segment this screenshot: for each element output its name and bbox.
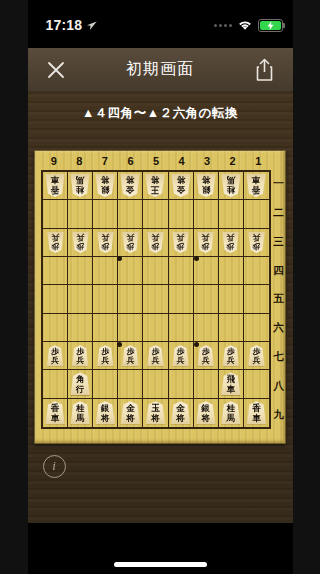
shogi-piece-gote[interactable]: 香車	[246, 174, 266, 197]
location-arrow-icon	[86, 20, 97, 31]
piece-kanji: 兵	[227, 356, 235, 365]
board-cell[interactable]: 歩兵	[43, 342, 68, 370]
board-cell[interactable]	[143, 257, 168, 285]
star-point	[117, 256, 122, 261]
shogi-piece-gote[interactable]: 歩兵	[248, 232, 265, 253]
piece-kanji: 歩	[51, 242, 59, 251]
shogi-piece-sente[interactable]: 歩兵	[72, 345, 89, 366]
board-cell[interactable]: 飛車	[219, 370, 244, 398]
board-cell[interactable]	[118, 314, 143, 342]
board-cell[interactable]: 歩兵	[244, 342, 269, 370]
page-title: 初期画面	[126, 59, 194, 80]
board-cell[interactable]	[169, 370, 194, 398]
piece-kanji: 兵	[151, 233, 159, 242]
piece-kanji: 歩	[76, 242, 84, 251]
piece-kanji: 兵	[202, 233, 210, 242]
shogi-piece-sente[interactable]: 歩兵	[97, 345, 114, 366]
piece-kanji: 歩	[151, 347, 159, 356]
piece-kanji: 馬	[76, 175, 85, 185]
board-cell[interactable]	[68, 257, 93, 285]
board-cell[interactable]	[194, 257, 219, 285]
star-point	[117, 342, 122, 347]
rank-labels: 一二三四五六七八九	[271, 170, 286, 429]
piece-kanji: 歩	[227, 242, 235, 251]
rank-label: 一	[271, 170, 286, 199]
board-cell[interactable]: 歩兵	[169, 342, 194, 370]
piece-kanji: 将	[201, 175, 210, 185]
file-label: 1	[245, 151, 271, 170]
star-point	[194, 342, 199, 347]
close-button[interactable]	[40, 54, 72, 86]
file-label: 4	[169, 151, 195, 170]
board-cell[interactable]: 歩兵	[219, 229, 244, 257]
shogi-piece-gote[interactable]: 金将	[171, 174, 191, 197]
file-label: 7	[92, 151, 118, 170]
file-label: 5	[143, 151, 169, 170]
piece-kanji: 歩	[101, 242, 109, 251]
piece-kanji: 兵	[101, 233, 109, 242]
board-cell[interactable]	[93, 257, 118, 285]
piece-kanji: 歩	[252, 347, 260, 356]
board-cell[interactable]	[93, 285, 118, 313]
piece-kanji: 歩	[126, 347, 134, 356]
shogi-piece-gote[interactable]: 歩兵	[47, 232, 64, 253]
piece-kanji: 兵	[202, 356, 210, 365]
piece-kanji: 将	[151, 414, 160, 424]
board-cell[interactable]	[43, 285, 68, 313]
board-cell[interactable]: 桂馬	[68, 399, 93, 427]
board-cell[interactable]: 歩兵	[93, 342, 118, 370]
shogi-piece-sente[interactable]: 玉将	[145, 401, 165, 424]
navbar: 初期画面	[28, 48, 293, 92]
piece-kanji: 馬	[227, 414, 236, 424]
board-cell[interactable]	[143, 285, 168, 313]
piece-kanji: 将	[126, 175, 135, 185]
board-cell[interactable]: 玉将	[143, 399, 168, 427]
board-cell[interactable]	[194, 370, 219, 398]
shogi-piece-sente[interactable]: 飛車	[221, 372, 241, 395]
board-cell[interactable]	[169, 257, 194, 285]
shogi-piece-sente[interactable]: 歩兵	[147, 345, 164, 366]
shogi-piece-gote[interactable]: 歩兵	[97, 232, 114, 253]
piece-kanji: 兵	[252, 233, 260, 242]
shogi-piece-sente[interactable]: 歩兵	[47, 345, 64, 366]
ios-share-icon	[255, 58, 274, 82]
board-cell[interactable]: 銀将	[93, 399, 118, 427]
share-button[interactable]	[249, 54, 281, 86]
board-cell[interactable]	[169, 285, 194, 313]
board-cell[interactable]: 銀将	[194, 172, 219, 200]
piece-kanji: 車	[51, 414, 60, 424]
shogi-piece-gote[interactable]: 香車	[45, 174, 65, 197]
shogi-piece-gote[interactable]: 歩兵	[122, 232, 139, 253]
file-label: 9	[41, 151, 67, 170]
board-cell[interactable]: 金将	[169, 172, 194, 200]
board-cell[interactable]: 金将	[118, 399, 143, 427]
piece-kanji: 歩	[177, 347, 185, 356]
rank-label: 九	[271, 400, 286, 429]
board-cell[interactable]	[118, 285, 143, 313]
piece-kanji: 金	[126, 185, 135, 195]
board-cell[interactable]	[169, 314, 194, 342]
rank-label: 二	[271, 199, 286, 228]
board-cell[interactable]: 香車	[244, 172, 269, 200]
piece-kanji: 桂	[227, 185, 236, 195]
star-point	[194, 256, 199, 261]
piece-kanji: 桂	[76, 185, 85, 195]
piece-kanji: 車	[252, 414, 261, 424]
move-annotation: ▲４四角〜▲２六角の転換	[28, 92, 293, 122]
shogi-piece-sente[interactable]: 銀将	[196, 401, 216, 424]
piece-kanji: 将	[176, 175, 185, 185]
piece-kanji: 将	[151, 175, 160, 185]
piece-kanji: 将	[101, 414, 110, 424]
shogi-piece-gote[interactable]: 桂馬	[70, 174, 90, 197]
piece-kanji: 将	[126, 414, 135, 424]
board-cell[interactable]: 歩兵	[118, 229, 143, 257]
board-cell[interactable]	[93, 314, 118, 342]
shogi-piece-sente[interactable]: 金将	[120, 401, 140, 424]
shogi-piece-gote[interactable]: 歩兵	[147, 232, 164, 253]
board-cell[interactable]	[68, 285, 93, 313]
piece-kanji: 兵	[126, 233, 134, 242]
board-cell[interactable]	[43, 257, 68, 285]
board-cell[interactable]: 香車	[43, 172, 68, 200]
file-label: 3	[194, 151, 220, 170]
piece-kanji: 王	[151, 185, 160, 195]
bottom-safe-area	[28, 523, 293, 574]
piece-kanji: 歩	[76, 347, 84, 356]
piece-kanji: 兵	[126, 356, 134, 365]
info-button[interactable]: i	[43, 455, 66, 478]
piece-kanji: 歩	[151, 242, 159, 251]
status-bar: 17:18	[28, 0, 293, 48]
board-cell[interactable]: 歩兵	[194, 229, 219, 257]
rank-label: 七	[271, 343, 286, 372]
board-cell[interactable]	[68, 200, 93, 228]
board-grid: 香車桂馬銀将金将王将金将銀将桂馬香車歩兵歩兵歩兵歩兵歩兵歩兵歩兵歩兵歩兵歩兵歩兵…	[41, 170, 271, 429]
piece-kanji: 兵	[101, 356, 109, 365]
piece-kanji: 香	[51, 185, 60, 195]
piece-kanji: 車	[252, 175, 261, 185]
board-cell[interactable]	[219, 200, 244, 228]
board-cell[interactable]	[143, 314, 168, 342]
piece-kanji: 兵	[51, 233, 59, 242]
close-x-icon	[47, 61, 65, 79]
piece-kanji: 将	[101, 175, 110, 185]
rank-label: 八	[271, 371, 286, 400]
piece-kanji: 兵	[177, 356, 185, 365]
piece-kanji: 馬	[76, 414, 85, 424]
board-cell[interactable]: 角行	[68, 370, 93, 398]
shogi-piece-gote[interactable]: 金将	[120, 174, 140, 197]
board-cell[interactable]: 桂馬	[219, 172, 244, 200]
shogi-piece-sente[interactable]: 歩兵	[197, 345, 214, 366]
status-time: 17:18	[46, 17, 83, 33]
board-cell[interactable]: 香車	[43, 399, 68, 427]
shogi-piece-gote[interactable]: 銀将	[95, 174, 115, 197]
piece-kanji: 兵	[252, 356, 260, 365]
lightning-bolt-icon	[267, 21, 274, 30]
piece-kanji: 兵	[227, 233, 235, 242]
board-cell[interactable]	[219, 314, 244, 342]
piece-kanji: 行	[76, 385, 85, 395]
piece-kanji: 銀	[201, 185, 210, 195]
piece-kanji: 歩	[126, 242, 134, 251]
piece-kanji: 金	[176, 185, 185, 195]
board-cell[interactable]	[219, 257, 244, 285]
piece-kanji: 兵	[51, 356, 59, 365]
app-screen: 17:18 初期画面	[28, 0, 293, 574]
board-cell[interactable]	[194, 200, 219, 228]
board-cell[interactable]: 歩兵	[219, 342, 244, 370]
piece-kanji: 兵	[76, 356, 84, 365]
shogi-piece-sente[interactable]: 角行	[70, 372, 90, 395]
piece-kanji: 車	[227, 385, 236, 395]
board-cell[interactable]: 桂馬	[219, 399, 244, 427]
board-cell[interactable]	[194, 285, 219, 313]
battery-charging-icon	[258, 19, 283, 32]
shogi-piece-gote[interactable]: 桂馬	[221, 174, 241, 197]
board-cell[interactable]	[93, 370, 118, 398]
board-cell[interactable]: 香車	[244, 399, 269, 427]
board-cell[interactable]	[43, 370, 68, 398]
wifi-icon	[237, 20, 253, 31]
board-cell[interactable]	[244, 370, 269, 398]
piece-kanji: 兵	[151, 356, 159, 365]
board-cell[interactable]	[194, 314, 219, 342]
board-cell[interactable]: 歩兵	[68, 342, 93, 370]
rank-label: 三	[271, 228, 286, 257]
board-cell[interactable]: 銀将	[93, 172, 118, 200]
board-cell[interactable]: 銀将	[194, 399, 219, 427]
rank-label: 六	[271, 314, 286, 343]
shogi-piece-sente[interactable]: 歩兵	[172, 345, 189, 366]
board-cell[interactable]	[118, 200, 143, 228]
piece-kanji: 将	[201, 414, 210, 424]
shogi-piece-gote[interactable]: 歩兵	[222, 232, 239, 253]
file-label: 8	[67, 151, 93, 170]
shogi-piece-gote[interactable]: 王将	[145, 174, 165, 197]
piece-kanji: 車	[51, 175, 60, 185]
board-cell[interactable]	[118, 257, 143, 285]
file-label: 6	[118, 151, 144, 170]
piece-kanji: 香	[252, 185, 261, 195]
board-cell[interactable]	[68, 314, 93, 342]
board-cell[interactable]: 金将	[118, 172, 143, 200]
board-cell[interactable]: 歩兵	[244, 229, 269, 257]
shogi-piece-sente[interactable]: 銀将	[95, 401, 115, 424]
piece-kanji: 兵	[177, 233, 185, 242]
piece-kanji: 銀	[101, 185, 110, 195]
shogi-piece-sente[interactable]: 香車	[246, 401, 266, 424]
shogi-piece-gote[interactable]: 歩兵	[72, 232, 89, 253]
board-cell[interactable]	[118, 370, 143, 398]
board-cell[interactable]	[244, 314, 269, 342]
home-indicator[interactable]	[114, 562, 207, 567]
shogi-piece-sente[interactable]: 香車	[45, 401, 65, 424]
board-cell[interactable]: 歩兵	[43, 229, 68, 257]
shogi-piece-sente[interactable]: 歩兵	[122, 345, 139, 366]
board-cell[interactable]: 歩兵	[68, 229, 93, 257]
board-cell[interactable]	[219, 285, 244, 313]
rank-label: 四	[271, 256, 286, 285]
board-cell[interactable]: 歩兵	[143, 229, 168, 257]
shogi-piece-sente[interactable]: 桂馬	[70, 401, 90, 424]
board-cell[interactable]: 歩兵	[143, 342, 168, 370]
board-cell[interactable]: 金将	[169, 399, 194, 427]
piece-kanji: 馬	[227, 175, 236, 185]
piece-kanji: 歩	[202, 347, 210, 356]
rank-label: 五	[271, 285, 286, 314]
shogi-piece-sente[interactable]: 桂馬	[221, 401, 241, 424]
piece-kanji: 歩	[252, 242, 260, 251]
piece-kanji: 歩	[177, 242, 185, 251]
board-cell[interactable]: 桂馬	[68, 172, 93, 200]
file-label: 2	[220, 151, 246, 170]
shogi-piece-gote[interactable]: 歩兵	[172, 232, 189, 253]
board-cell[interactable]: 歩兵	[169, 229, 194, 257]
piece-kanji: 将	[176, 414, 185, 424]
piece-kanji: 歩	[101, 347, 109, 356]
shogi-piece-sente[interactable]: 歩兵	[222, 345, 239, 366]
piece-kanji: 歩	[51, 347, 59, 356]
board-cell[interactable]: 歩兵	[93, 229, 118, 257]
shogi-board: 987654321 香車桂馬銀将金将王将金将銀将桂馬香車歩兵歩兵歩兵歩兵歩兵歩兵…	[34, 150, 286, 444]
shogi-piece-sente[interactable]: 歩兵	[248, 345, 265, 366]
board-cell[interactable]	[244, 200, 269, 228]
shogi-piece-gote[interactable]: 銀将	[196, 174, 216, 197]
board-cell[interactable]: 歩兵	[118, 342, 143, 370]
board-cell[interactable]	[93, 200, 118, 228]
shogi-piece-gote[interactable]: 歩兵	[197, 232, 214, 253]
content-area: ▲４四角〜▲２六角の転換 987654321 香車桂馬銀将金将王将金将銀将桂馬香…	[28, 92, 293, 523]
piece-kanji: 兵	[76, 233, 84, 242]
file-labels: 987654321	[41, 151, 271, 170]
board-cell[interactable]: 王将	[143, 172, 168, 200]
board-cell[interactable]	[169, 200, 194, 228]
shogi-piece-sente[interactable]: 金将	[171, 401, 191, 424]
piece-kanji: 歩	[202, 242, 210, 251]
board-cell[interactable]	[43, 200, 68, 228]
board-cell[interactable]	[43, 314, 68, 342]
board-cell[interactable]	[244, 257, 269, 285]
board-cell[interactable]	[244, 285, 269, 313]
piece-kanji: 歩	[227, 347, 235, 356]
board-cell[interactable]	[143, 200, 168, 228]
cellular-dots-icon	[214, 24, 232, 27]
board-cell[interactable]	[143, 370, 168, 398]
